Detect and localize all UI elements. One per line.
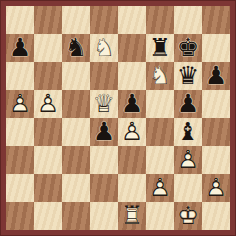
square-d1[interactable] bbox=[90, 202, 118, 230]
square-d7[interactable]: ♞♘ bbox=[90, 34, 118, 62]
square-h6[interactable]: ♟ bbox=[202, 62, 230, 90]
square-g3[interactable]: ♟♙ bbox=[174, 146, 202, 174]
piece-black-pawn: ♟ bbox=[202, 62, 230, 90]
piece-white-pawn: ♟♙ bbox=[6, 90, 34, 118]
square-c4[interactable] bbox=[62, 118, 90, 146]
piece-black-pawn: ♟ bbox=[174, 90, 202, 118]
square-c2[interactable] bbox=[62, 174, 90, 202]
square-b8[interactable] bbox=[34, 6, 62, 34]
square-h8[interactable] bbox=[202, 6, 230, 34]
square-b7[interactable] bbox=[34, 34, 62, 62]
piece-white-queen: ♛♕ bbox=[90, 90, 118, 118]
piece-white-pawn: ♟♙ bbox=[34, 90, 62, 118]
square-c6[interactable] bbox=[62, 62, 90, 90]
square-g2[interactable] bbox=[174, 174, 202, 202]
square-f8[interactable] bbox=[146, 6, 174, 34]
square-g1[interactable]: ♚♔ bbox=[174, 202, 202, 230]
piece-black-bishop: ♝ bbox=[174, 118, 202, 146]
piece-white-rook: ♜♖ bbox=[118, 202, 146, 230]
square-g5[interactable]: ♟ bbox=[174, 90, 202, 118]
piece-black-knight: ♞ bbox=[62, 34, 90, 62]
square-f2[interactable]: ♟♙ bbox=[146, 174, 174, 202]
square-f7[interactable]: ♜ bbox=[146, 34, 174, 62]
square-g6[interactable]: ♛ bbox=[174, 62, 202, 90]
square-a7[interactable]: ♟ bbox=[6, 34, 34, 62]
square-a1[interactable] bbox=[6, 202, 34, 230]
square-b2[interactable] bbox=[34, 174, 62, 202]
square-e5[interactable]: ♟ bbox=[118, 90, 146, 118]
square-h3[interactable] bbox=[202, 146, 230, 174]
square-b1[interactable] bbox=[34, 202, 62, 230]
piece-white-king: ♚♔ bbox=[174, 202, 202, 230]
square-g8[interactable] bbox=[174, 6, 202, 34]
square-a8[interactable] bbox=[6, 6, 34, 34]
piece-white-knight: ♞♘ bbox=[146, 62, 174, 90]
square-b3[interactable] bbox=[34, 146, 62, 174]
square-e1[interactable]: ♜♖ bbox=[118, 202, 146, 230]
square-d2[interactable] bbox=[90, 174, 118, 202]
piece-black-king: ♚ bbox=[174, 34, 202, 62]
square-d5[interactable]: ♛♕ bbox=[90, 90, 118, 118]
piece-white-pawn: ♟♙ bbox=[146, 174, 174, 202]
piece-black-pawn: ♟ bbox=[90, 118, 118, 146]
square-a5[interactable]: ♟♙ bbox=[6, 90, 34, 118]
square-b6[interactable] bbox=[34, 62, 62, 90]
square-g4[interactable]: ♝ bbox=[174, 118, 202, 146]
square-h5[interactable] bbox=[202, 90, 230, 118]
square-d8[interactable] bbox=[90, 6, 118, 34]
piece-black-rook: ♜ bbox=[146, 34, 174, 62]
square-c7[interactable]: ♞ bbox=[62, 34, 90, 62]
square-e6[interactable] bbox=[118, 62, 146, 90]
square-h7[interactable] bbox=[202, 34, 230, 62]
square-h2[interactable]: ♟♙ bbox=[202, 174, 230, 202]
square-d6[interactable] bbox=[90, 62, 118, 90]
square-h1[interactable] bbox=[202, 202, 230, 230]
square-f4[interactable] bbox=[146, 118, 174, 146]
board-frame: ♟♞♞♘♜♚♞♘♛♟♟♙♟♙♛♕♟♟♟♟♙♝♟♙♟♙♟♙♜♖♚♔ bbox=[0, 0, 236, 236]
square-e7[interactable] bbox=[118, 34, 146, 62]
piece-white-knight: ♞♘ bbox=[90, 34, 118, 62]
piece-white-pawn: ♟♙ bbox=[174, 146, 202, 174]
square-d3[interactable] bbox=[90, 146, 118, 174]
square-e8[interactable] bbox=[118, 6, 146, 34]
square-a2[interactable] bbox=[6, 174, 34, 202]
piece-white-pawn: ♟♙ bbox=[202, 174, 230, 202]
square-e4[interactable]: ♟♙ bbox=[118, 118, 146, 146]
piece-white-pawn: ♟♙ bbox=[118, 118, 146, 146]
square-f1[interactable] bbox=[146, 202, 174, 230]
square-c1[interactable] bbox=[62, 202, 90, 230]
square-e2[interactable] bbox=[118, 174, 146, 202]
square-d4[interactable]: ♟ bbox=[90, 118, 118, 146]
square-g7[interactable]: ♚ bbox=[174, 34, 202, 62]
square-b5[interactable]: ♟♙ bbox=[34, 90, 62, 118]
square-a3[interactable] bbox=[6, 146, 34, 174]
square-a6[interactable] bbox=[6, 62, 34, 90]
square-f6[interactable]: ♞♘ bbox=[146, 62, 174, 90]
square-e3[interactable] bbox=[118, 146, 146, 174]
square-a4[interactable] bbox=[6, 118, 34, 146]
square-f3[interactable] bbox=[146, 146, 174, 174]
square-h4[interactable] bbox=[202, 118, 230, 146]
square-c8[interactable] bbox=[62, 6, 90, 34]
piece-black-pawn: ♟ bbox=[118, 90, 146, 118]
square-c5[interactable] bbox=[62, 90, 90, 118]
chess-board: ♟♞♞♘♜♚♞♘♛♟♟♙♟♙♛♕♟♟♟♟♙♝♟♙♟♙♟♙♜♖♚♔ bbox=[6, 6, 230, 230]
piece-black-queen: ♛ bbox=[174, 62, 202, 90]
square-f5[interactable] bbox=[146, 90, 174, 118]
square-c3[interactable] bbox=[62, 146, 90, 174]
square-b4[interactable] bbox=[34, 118, 62, 146]
piece-black-pawn: ♟ bbox=[6, 34, 34, 62]
